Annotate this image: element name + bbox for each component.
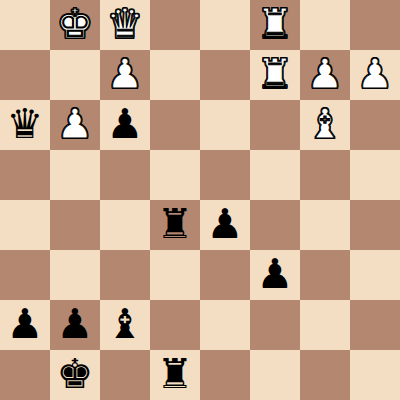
square-a8[interactable] (0, 0, 50, 50)
square-b5[interactable] (50, 150, 100, 200)
square-c6[interactable]: ♟ (100, 100, 150, 150)
square-c3[interactable] (100, 250, 150, 300)
square-f2[interactable] (250, 300, 300, 350)
square-h6[interactable] (350, 100, 400, 150)
square-g5[interactable] (300, 150, 350, 200)
square-g6[interactable]: ♝ (300, 100, 350, 150)
square-f7[interactable]: ♜ (250, 50, 300, 100)
square-h1[interactable] (350, 350, 400, 400)
square-g2[interactable] (300, 300, 350, 350)
square-h5[interactable] (350, 150, 400, 200)
square-d8[interactable] (150, 0, 200, 50)
black-pawn-piece: ♟ (57, 300, 94, 349)
square-b3[interactable] (50, 250, 100, 300)
square-g1[interactable] (300, 350, 350, 400)
square-f8[interactable]: ♜ (250, 0, 300, 50)
square-a2[interactable]: ♟ (0, 300, 50, 350)
white-rook-piece: ♜ (257, 0, 294, 49)
chess-board: ♚♛♜♟♜♟♟♛♟♟♝♜♟♟♟♟♝♚♜ (0, 0, 400, 400)
square-d7[interactable] (150, 50, 200, 100)
white-pawn-piece: ♟ (357, 50, 394, 99)
square-b4[interactable] (50, 200, 100, 250)
square-g7[interactable]: ♟ (300, 50, 350, 100)
square-d2[interactable] (150, 300, 200, 350)
square-e2[interactable] (200, 300, 250, 350)
square-c8[interactable]: ♛ (100, 0, 150, 50)
square-d4[interactable]: ♜ (150, 200, 200, 250)
square-b7[interactable] (50, 50, 100, 100)
square-d5[interactable] (150, 150, 200, 200)
square-b2[interactable]: ♟ (50, 300, 100, 350)
white-pawn-piece: ♟ (307, 50, 344, 99)
square-a7[interactable] (0, 50, 50, 100)
square-b1[interactable]: ♚ (50, 350, 100, 400)
square-e1[interactable] (200, 350, 250, 400)
square-c1[interactable] (100, 350, 150, 400)
square-e8[interactable] (200, 0, 250, 50)
square-f3[interactable]: ♟ (250, 250, 300, 300)
square-c7[interactable]: ♟ (100, 50, 150, 100)
black-pawn-piece: ♟ (207, 200, 244, 249)
square-b6[interactable]: ♟ (50, 100, 100, 150)
square-a3[interactable] (0, 250, 50, 300)
white-pawn-piece: ♟ (57, 100, 94, 149)
black-pawn-piece: ♟ (257, 250, 294, 299)
square-e7[interactable] (200, 50, 250, 100)
white-rook-piece: ♜ (257, 50, 294, 99)
white-king-piece: ♚ (57, 0, 94, 49)
square-a1[interactable] (0, 350, 50, 400)
square-c2[interactable]: ♝ (100, 300, 150, 350)
white-queen-piece: ♛ (107, 0, 144, 49)
square-a6[interactable]: ♛ (0, 100, 50, 150)
square-b8[interactable]: ♚ (50, 0, 100, 50)
black-bishop-piece: ♝ (107, 300, 144, 349)
square-f6[interactable] (250, 100, 300, 150)
square-e5[interactable] (200, 150, 250, 200)
square-g4[interactable] (300, 200, 350, 250)
square-f4[interactable] (250, 200, 300, 250)
black-queen-piece: ♛ (7, 100, 44, 149)
white-pawn-piece: ♟ (107, 50, 144, 99)
square-c5[interactable] (100, 150, 150, 200)
square-e4[interactable]: ♟ (200, 200, 250, 250)
square-h2[interactable] (350, 300, 400, 350)
square-h4[interactable] (350, 200, 400, 250)
square-h3[interactable] (350, 250, 400, 300)
square-f1[interactable] (250, 350, 300, 400)
black-rook-piece: ♜ (157, 200, 194, 249)
square-d1[interactable]: ♜ (150, 350, 200, 400)
black-rook-piece: ♜ (157, 350, 194, 399)
square-g3[interactable] (300, 250, 350, 300)
square-g8[interactable] (300, 0, 350, 50)
square-h8[interactable] (350, 0, 400, 50)
square-a5[interactable] (0, 150, 50, 200)
black-pawn-piece: ♟ (107, 100, 144, 149)
square-d6[interactable] (150, 100, 200, 150)
black-pawn-piece: ♟ (7, 300, 44, 349)
square-h7[interactable]: ♟ (350, 50, 400, 100)
square-e3[interactable] (200, 250, 250, 300)
square-f5[interactable] (250, 150, 300, 200)
square-e6[interactable] (200, 100, 250, 150)
white-bishop-piece: ♝ (307, 100, 344, 149)
black-king-piece: ♚ (57, 350, 94, 399)
square-d3[interactable] (150, 250, 200, 300)
square-a4[interactable] (0, 200, 50, 250)
square-c4[interactable] (100, 200, 150, 250)
